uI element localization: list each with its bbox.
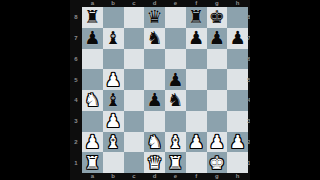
square-e3[interactable] xyxy=(165,111,186,132)
black-pawn[interactable]: ♟ xyxy=(147,91,163,109)
black-king[interactable]: ♚ xyxy=(209,8,225,26)
square-f7[interactable]: ♟ xyxy=(186,28,207,49)
square-g2[interactable]: ♟ xyxy=(207,132,228,153)
letterbox-right xyxy=(250,0,320,180)
square-d1[interactable]: ♛ xyxy=(144,152,165,173)
square-b7[interactable]: ♝ xyxy=(103,28,124,49)
rank-label-3: 3 xyxy=(70,111,82,132)
square-d6[interactable] xyxy=(144,49,165,70)
square-e2[interactable]: ♝ xyxy=(165,132,186,153)
chess-board: abcdefgh 87654321 ♜♛♜♚♟♝♞♟♟♟♟♟♞♝♟♞♟♟♝♞♝♟… xyxy=(70,0,250,180)
file-label-f: f xyxy=(186,173,207,180)
white-pawn[interactable]: ♟ xyxy=(209,132,225,150)
square-b5[interactable]: ♟ xyxy=(103,69,124,90)
square-a1[interactable]: ♜ xyxy=(82,152,103,173)
white-bishop[interactable]: ♝ xyxy=(105,132,121,150)
square-b4[interactable]: ♝ xyxy=(103,90,124,111)
board-squares: ♜♛♜♚♟♝♞♟♟♟♟♟♞♝♟♞♟♟♝♞♝♟♟♟♜♛♜♚ xyxy=(82,7,248,173)
square-f8[interactable]: ♜ xyxy=(186,7,207,28)
white-bishop[interactable]: ♝ xyxy=(167,132,183,150)
rank-labels-left: 87654321 xyxy=(70,7,82,173)
file-label-a: a xyxy=(82,0,103,7)
file-label-e: e xyxy=(165,0,186,7)
square-a8[interactable]: ♜ xyxy=(82,7,103,28)
square-e6[interactable] xyxy=(165,49,186,70)
square-f6[interactable] xyxy=(186,49,207,70)
white-pawn[interactable]: ♟ xyxy=(105,70,121,88)
square-e1[interactable]: ♜ xyxy=(165,152,186,173)
square-e4[interactable]: ♞ xyxy=(165,90,186,111)
black-rook[interactable]: ♜ xyxy=(84,8,100,26)
file-labels-bottom: abcdefgh xyxy=(82,173,248,180)
rank-label-7: 7 xyxy=(70,28,82,49)
black-pawn[interactable]: ♟ xyxy=(209,29,225,47)
square-f1[interactable] xyxy=(186,152,207,173)
black-knight[interactable]: ♞ xyxy=(147,29,163,47)
black-bishop[interactable]: ♝ xyxy=(105,29,121,47)
file-label-g: g xyxy=(207,0,228,7)
square-d4[interactable]: ♟ xyxy=(144,90,165,111)
file-label-b: b xyxy=(103,173,124,180)
square-g8[interactable]: ♚ xyxy=(207,7,228,28)
square-e5[interactable]: ♟ xyxy=(165,69,186,90)
square-b6[interactable] xyxy=(103,49,124,70)
square-a6[interactable] xyxy=(82,49,103,70)
white-knight[interactable]: ♞ xyxy=(84,91,100,109)
file-labels-top: abcdefgh xyxy=(82,0,248,7)
square-e7[interactable] xyxy=(165,28,186,49)
square-a5[interactable] xyxy=(82,69,103,90)
square-c3[interactable] xyxy=(124,111,145,132)
white-pawn[interactable]: ♟ xyxy=(188,132,204,150)
rank-label-1: 1 xyxy=(70,152,82,173)
file-label-d: d xyxy=(144,173,165,180)
file-label-d: d xyxy=(144,0,165,7)
white-knight[interactable]: ♞ xyxy=(147,132,163,150)
square-b8[interactable] xyxy=(103,7,124,28)
square-a4[interactable]: ♞ xyxy=(82,90,103,111)
white-rook[interactable]: ♜ xyxy=(167,153,183,171)
square-b2[interactable]: ♝ xyxy=(103,132,124,153)
rank-label-4: 4 xyxy=(70,90,82,111)
square-e8[interactable] xyxy=(165,7,186,28)
square-c6[interactable] xyxy=(124,49,145,70)
rank-label-2: 2 xyxy=(70,132,82,153)
square-g3[interactable] xyxy=(207,111,228,132)
white-pawn[interactable]: ♟ xyxy=(84,132,100,150)
white-king[interactable]: ♚ xyxy=(209,153,225,171)
file-label-h: h xyxy=(227,173,248,180)
square-g6[interactable] xyxy=(207,49,228,70)
square-f4[interactable] xyxy=(186,90,207,111)
square-c7[interactable] xyxy=(124,28,145,49)
black-pawn[interactable]: ♟ xyxy=(167,70,183,88)
square-d5[interactable] xyxy=(144,69,165,90)
square-b3[interactable]: ♟ xyxy=(103,111,124,132)
black-knight[interactable]: ♞ xyxy=(167,91,183,109)
file-label-c: c xyxy=(124,173,145,180)
file-label-b: b xyxy=(103,0,124,7)
black-rook[interactable]: ♜ xyxy=(188,8,204,26)
file-label-h: h xyxy=(227,0,248,7)
file-label-f: f xyxy=(186,0,207,7)
rank-label-8: 8 xyxy=(70,7,82,28)
file-label-c: c xyxy=(124,0,145,7)
white-rook[interactable]: ♜ xyxy=(84,153,100,171)
white-queen[interactable]: ♛ xyxy=(147,153,163,171)
file-label-e: e xyxy=(165,173,186,180)
square-a2[interactable]: ♟ xyxy=(82,132,103,153)
video-frame: abcdefgh 87654321 ♜♛♜♚♟♝♞♟♟♟♟♟♞♝♟♞♟♟♝♞♝♟… xyxy=(0,0,320,180)
black-bishop[interactable]: ♝ xyxy=(105,91,121,109)
square-g7[interactable]: ♟ xyxy=(207,28,228,49)
square-c5[interactable] xyxy=(124,69,145,90)
letterbox-left xyxy=(0,0,70,180)
square-d3[interactable] xyxy=(144,111,165,132)
black-queen[interactable]: ♛ xyxy=(147,8,163,26)
square-g4[interactable] xyxy=(207,90,228,111)
rank-label-6: 6 xyxy=(70,49,82,70)
black-pawn[interactable]: ♟ xyxy=(188,29,204,47)
square-f3[interactable] xyxy=(186,111,207,132)
square-f5[interactable] xyxy=(186,69,207,90)
square-g1[interactable]: ♚ xyxy=(207,152,228,173)
square-c4[interactable] xyxy=(124,90,145,111)
black-pawn[interactable]: ♟ xyxy=(84,29,100,47)
square-c2[interactable] xyxy=(124,132,145,153)
square-f2[interactable]: ♟ xyxy=(186,132,207,153)
rank-label-5: 5 xyxy=(70,69,82,90)
square-a7[interactable]: ♟ xyxy=(82,28,103,49)
square-c8[interactable] xyxy=(124,7,145,28)
file-label-g: g xyxy=(207,173,228,180)
white-pawn[interactable]: ♟ xyxy=(105,112,121,130)
square-d7[interactable]: ♞ xyxy=(144,28,165,49)
square-a3[interactable] xyxy=(82,111,103,132)
square-b1[interactable] xyxy=(103,152,124,173)
square-d2[interactable]: ♞ xyxy=(144,132,165,153)
file-label-a: a xyxy=(82,173,103,180)
square-g5[interactable] xyxy=(207,69,228,90)
square-c1[interactable] xyxy=(124,152,145,173)
square-d8[interactable]: ♛ xyxy=(144,7,165,28)
